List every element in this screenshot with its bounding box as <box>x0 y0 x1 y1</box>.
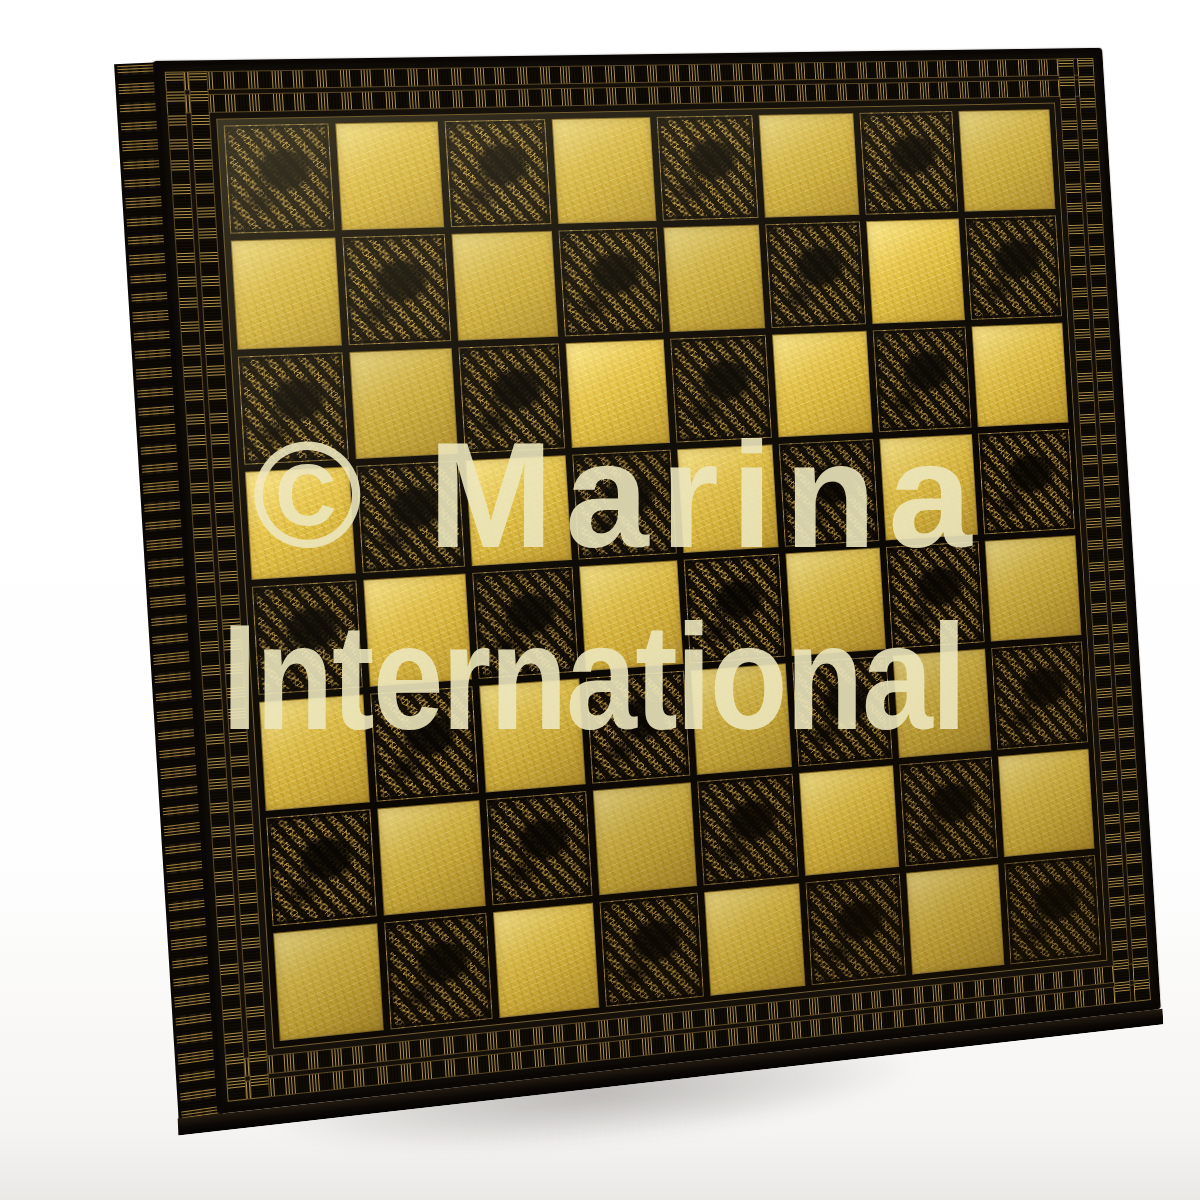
board-photo <box>185 60 1200 1115</box>
square-h6 <box>972 322 1069 427</box>
square-g5 <box>880 434 979 541</box>
square-g8 <box>860 111 959 215</box>
square-g2 <box>899 756 997 866</box>
square-c8 <box>444 119 551 227</box>
square-d5 <box>572 449 677 559</box>
square-a4 <box>252 580 363 695</box>
square-c2 <box>486 791 592 906</box>
square-d7 <box>558 228 663 336</box>
square-g3 <box>893 649 992 758</box>
square-g7 <box>866 219 965 324</box>
square-d2 <box>592 782 696 895</box>
square-b6 <box>349 347 458 458</box>
squares-grid <box>216 103 1107 1049</box>
square-f2 <box>799 765 899 876</box>
square-a8 <box>224 123 335 233</box>
square-d3 <box>585 671 689 783</box>
square-c6 <box>458 343 565 453</box>
square-e1 <box>704 883 806 996</box>
square-a7 <box>231 238 342 350</box>
square-c4 <box>472 567 579 679</box>
square-a1 <box>273 923 384 1041</box>
square-f1 <box>806 873 906 985</box>
square-h1 <box>1004 855 1101 965</box>
square-a5 <box>245 466 356 580</box>
square-b5 <box>356 460 465 573</box>
square-d4 <box>579 560 683 671</box>
square-e2 <box>697 773 799 885</box>
square-h3 <box>991 642 1088 750</box>
square-b7 <box>342 234 451 344</box>
square-b1 <box>384 913 492 1030</box>
square-b2 <box>377 800 486 916</box>
square-f6 <box>772 330 873 437</box>
chess-board <box>153 48 1161 1114</box>
square-e4 <box>683 554 785 664</box>
square-h5 <box>978 429 1075 535</box>
square-g4 <box>886 541 985 649</box>
square-e7 <box>663 225 766 332</box>
square-c1 <box>493 902 599 1018</box>
photo-backdrop: © Marina International <box>0 0 1200 1200</box>
square-h7 <box>965 216 1062 320</box>
square-a3 <box>259 694 370 810</box>
square-e8 <box>656 115 759 221</box>
square-h8 <box>958 109 1055 212</box>
square-g1 <box>906 864 1004 975</box>
square-e6 <box>670 334 773 442</box>
board-top-face <box>153 48 1161 1114</box>
square-e5 <box>676 444 779 553</box>
square-d6 <box>565 339 670 448</box>
square-c7 <box>451 231 558 340</box>
square-a6 <box>238 352 349 465</box>
square-f4 <box>786 547 886 656</box>
square-f3 <box>792 656 892 766</box>
square-h4 <box>985 535 1082 642</box>
square-f5 <box>779 439 880 547</box>
square-g6 <box>873 326 972 432</box>
square-b8 <box>335 121 444 230</box>
square-h2 <box>998 748 1095 857</box>
square-d8 <box>551 117 656 224</box>
square-b4 <box>363 573 472 687</box>
square-e3 <box>690 663 792 774</box>
square-b3 <box>370 686 479 801</box>
square-d1 <box>599 892 703 1006</box>
square-f8 <box>759 113 860 218</box>
square-c3 <box>479 679 585 793</box>
square-c5 <box>465 455 572 566</box>
square-f7 <box>766 222 867 328</box>
square-a2 <box>266 809 377 926</box>
